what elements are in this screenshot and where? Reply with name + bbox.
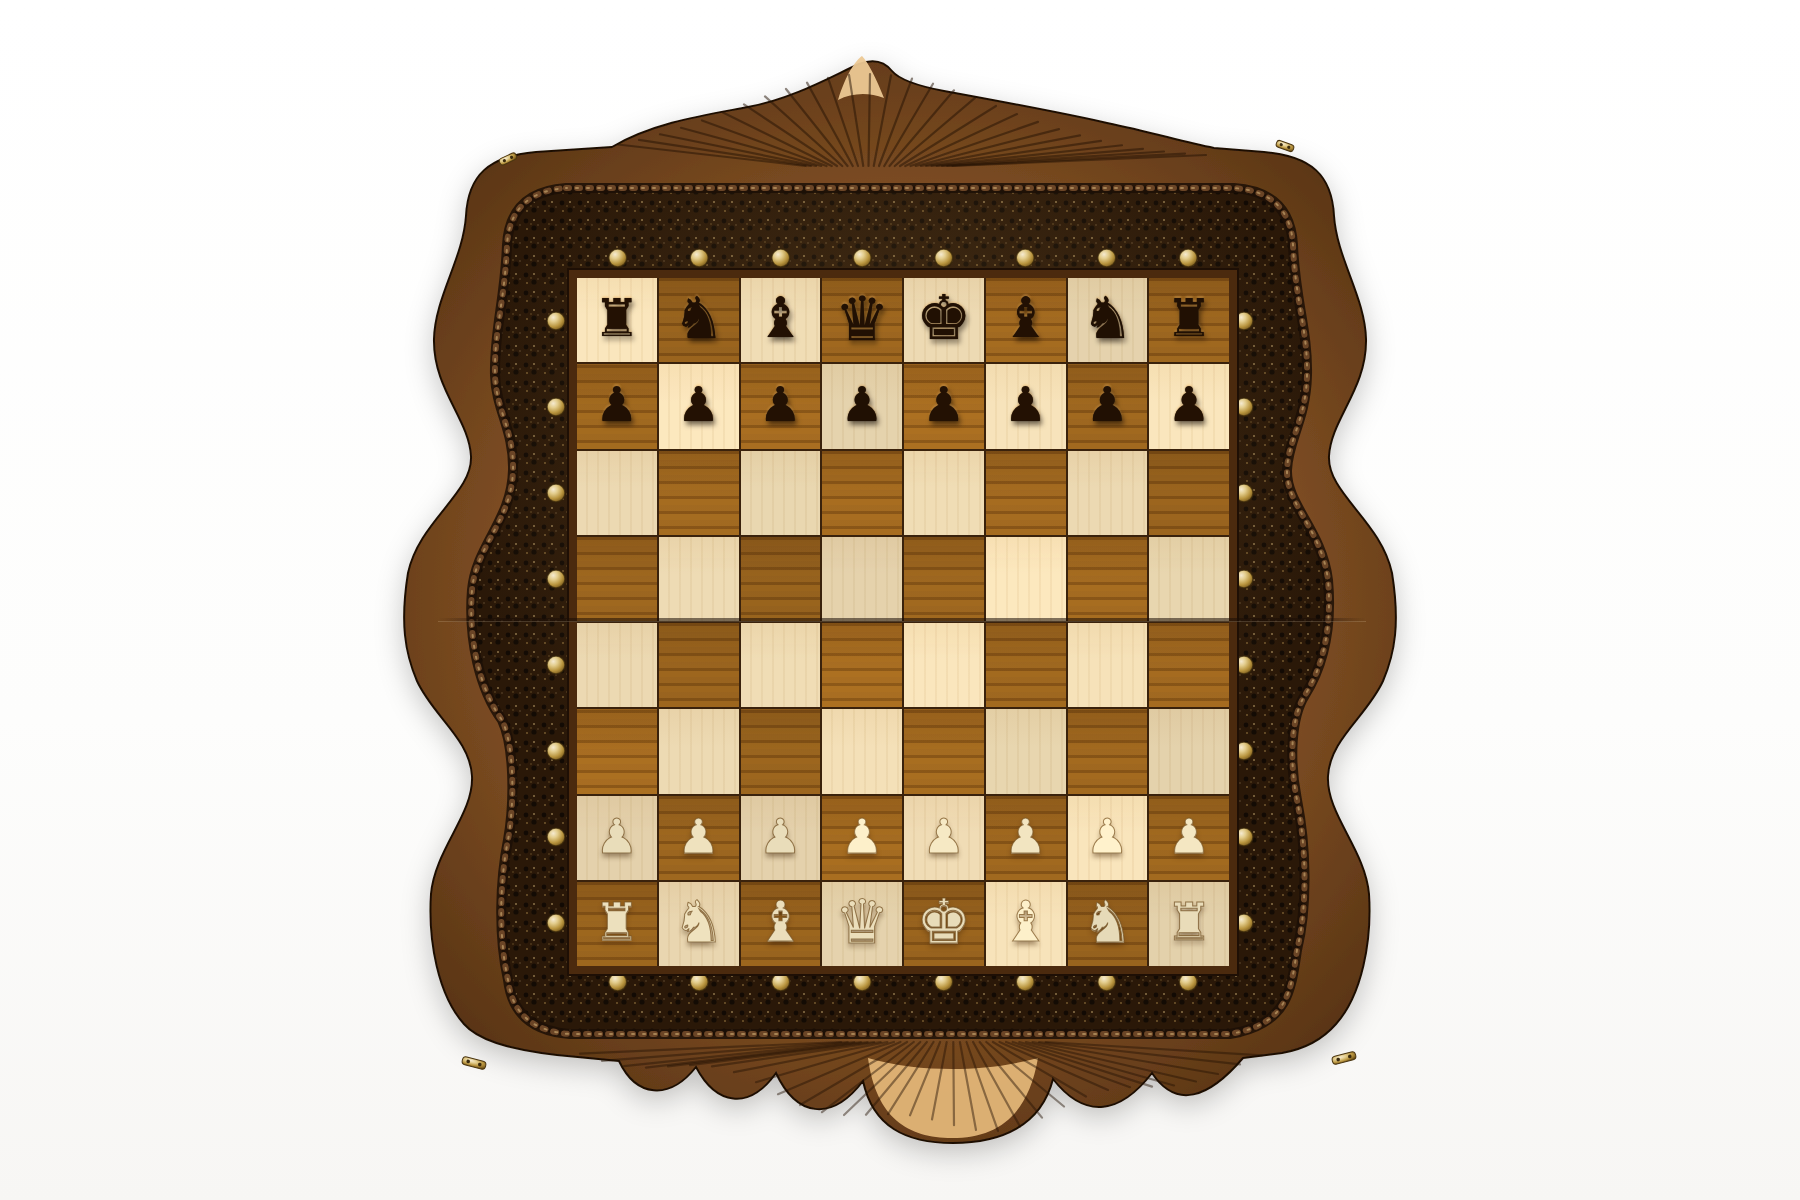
piece-white-pawn[interactable]: ♟ — [841, 812, 884, 860]
piece-black-pawn[interactable]: ♟ — [841, 380, 884, 428]
brass-clasp-icon — [1275, 140, 1294, 153]
brass-tack-icon — [609, 973, 627, 991]
square-c2[interactable]: ♟ — [741, 796, 821, 880]
square-a7[interactable]: ♟ — [577, 364, 657, 448]
piece-black-knight[interactable]: ♞ — [673, 289, 725, 347]
piece-white-pawn[interactable]: ♟ — [595, 812, 638, 860]
brass-tack-icon — [853, 973, 871, 991]
square-f7[interactable]: ♟ — [986, 364, 1066, 448]
piece-white-rook[interactable]: ♜ — [1166, 896, 1213, 948]
piece-white-pawn[interactable]: ♟ — [759, 812, 802, 860]
brass-tack-icon — [1179, 973, 1197, 991]
piece-white-pawn[interactable]: ♟ — [1168, 812, 1211, 860]
brass-hinge-icon — [461, 1056, 486, 1070]
brass-tack-icon — [547, 656, 565, 674]
piece-black-pawn[interactable]: ♟ — [922, 380, 965, 428]
brass-tack-icon — [690, 973, 708, 991]
brass-tack-icon — [547, 484, 565, 502]
square-a5[interactable] — [577, 537, 657, 621]
square-e2[interactable]: ♟ — [904, 796, 984, 880]
square-f6[interactable] — [986, 451, 1066, 535]
square-e6[interactable] — [904, 451, 984, 535]
square-g6[interactable] — [1068, 451, 1148, 535]
piece-white-pawn[interactable]: ♟ — [1086, 812, 1129, 860]
square-e3[interactable] — [904, 709, 984, 793]
piece-black-knight[interactable]: ♞ — [1081, 289, 1133, 347]
square-e5[interactable] — [904, 537, 984, 621]
square-a1[interactable]: ♜ — [577, 882, 657, 966]
square-d7[interactable]: ♟ — [822, 364, 902, 448]
square-c8[interactable]: ♝ — [741, 278, 821, 362]
brass-tack-icon — [935, 249, 953, 267]
piece-black-pawn[interactable]: ♟ — [595, 380, 638, 428]
photo-canvas: ♜♞♝♛♚♝♞♜♟♟♟♟♟♟♟♟♟♟♟♟♟♟♟♟♜♞♝♛♚♝♞♜ — [0, 0, 1800, 1200]
piece-white-rook[interactable]: ♜ — [594, 896, 641, 948]
square-f1[interactable]: ♝ — [986, 882, 1066, 966]
square-d1[interactable]: ♛ — [822, 882, 902, 966]
piece-white-pawn[interactable]: ♟ — [677, 812, 720, 860]
square-b6[interactable] — [659, 451, 739, 535]
square-b5[interactable] — [659, 537, 739, 621]
brass-tack-icon — [609, 249, 627, 267]
square-g4[interactable] — [1068, 623, 1148, 707]
piece-white-knight[interactable]: ♞ — [673, 893, 725, 951]
square-c4[interactable] — [741, 623, 821, 707]
brass-tack-icon — [1016, 249, 1034, 267]
square-d8[interactable]: ♛ — [822, 278, 902, 362]
square-g8[interactable]: ♞ — [1068, 278, 1148, 362]
brass-tack-icon — [1235, 742, 1253, 760]
square-b8[interactable]: ♞ — [659, 278, 739, 362]
square-e4[interactable] — [904, 623, 984, 707]
square-h2[interactable]: ♟ — [1149, 796, 1229, 880]
chess-board: ♜♞♝♛♚♝♞♜♟♟♟♟♟♟♟♟♟♟♟♟♟♟♟♟♜♞♝♛♚♝♞♜ — [569, 270, 1237, 974]
brass-tack-icon — [1235, 914, 1253, 932]
square-b2[interactable]: ♟ — [659, 796, 739, 880]
square-a8[interactable]: ♜ — [577, 278, 657, 362]
piece-black-pawn[interactable]: ♟ — [677, 380, 720, 428]
piece-white-knight[interactable]: ♞ — [1081, 893, 1133, 951]
piece-white-queen[interactable]: ♛ — [835, 891, 890, 952]
brass-tack-icon — [772, 249, 790, 267]
brass-tack-icon — [1235, 484, 1253, 502]
square-c3[interactable] — [741, 709, 821, 793]
square-f8[interactable]: ♝ — [986, 278, 1066, 362]
square-b7[interactable]: ♟ — [659, 364, 739, 448]
piece-black-pawn[interactable]: ♟ — [1168, 380, 1211, 428]
brass-tack-icon — [547, 570, 565, 588]
square-d2[interactable]: ♟ — [822, 796, 902, 880]
piece-white-king[interactable]: ♚ — [916, 891, 972, 953]
square-a3[interactable] — [577, 709, 657, 793]
piece-black-pawn[interactable]: ♟ — [1004, 380, 1047, 428]
square-c5[interactable] — [741, 537, 821, 621]
square-f3[interactable] — [986, 709, 1066, 793]
brass-tack-icon — [1235, 656, 1253, 674]
square-c6[interactable] — [741, 451, 821, 535]
square-e8[interactable]: ♚ — [904, 278, 984, 362]
brass-tack-icon — [1098, 973, 1116, 991]
square-h5[interactable] — [1149, 537, 1229, 621]
piece-white-bishop[interactable]: ♝ — [755, 894, 805, 950]
brass-tack-icon — [1016, 973, 1034, 991]
piece-black-pawn[interactable]: ♟ — [759, 380, 802, 428]
square-a6[interactable] — [577, 451, 657, 535]
piece-black-queen[interactable]: ♛ — [835, 288, 890, 349]
piece-white-pawn[interactable]: ♟ — [922, 812, 965, 860]
piece-black-bishop[interactable]: ♝ — [1001, 290, 1051, 346]
piece-black-rook[interactable]: ♜ — [594, 292, 641, 344]
brass-tack-icon — [1235, 570, 1253, 588]
square-f5[interactable] — [986, 537, 1066, 621]
square-g1[interactable]: ♞ — [1068, 882, 1148, 966]
square-g3[interactable] — [1068, 709, 1148, 793]
square-f2[interactable]: ♟ — [986, 796, 1066, 880]
brass-tack-icon — [1179, 249, 1197, 267]
square-e1[interactable]: ♚ — [904, 882, 984, 966]
brass-tack-icon — [547, 914, 565, 932]
square-g2[interactable]: ♟ — [1068, 796, 1148, 880]
square-h3[interactable] — [1149, 709, 1229, 793]
piece-white-pawn[interactable]: ♟ — [1004, 812, 1047, 860]
brass-tack-icon — [935, 973, 953, 991]
square-b3[interactable] — [659, 709, 739, 793]
square-d3[interactable] — [822, 709, 902, 793]
square-g7[interactable]: ♟ — [1068, 364, 1148, 448]
brass-tack-icon — [1235, 828, 1253, 846]
piece-black-king[interactable]: ♚ — [916, 287, 972, 349]
brass-tack-icon — [690, 249, 708, 267]
square-h6[interactable] — [1149, 451, 1229, 535]
square-h8[interactable]: ♜ — [1149, 278, 1229, 362]
square-c1[interactable]: ♝ — [741, 882, 821, 966]
square-d6[interactable] — [822, 451, 902, 535]
board-grid: ♜♞♝♛♚♝♞♜♟♟♟♟♟♟♟♟♟♟♟♟♟♟♟♟♜♞♝♛♚♝♞♜ — [577, 278, 1229, 966]
square-h4[interactable] — [1149, 623, 1229, 707]
square-g5[interactable] — [1068, 537, 1148, 621]
brass-tack-icon — [1235, 312, 1253, 330]
brass-tack-icon — [1098, 249, 1116, 267]
brass-tack-icon — [1235, 398, 1253, 416]
square-e7[interactable]: ♟ — [904, 364, 984, 448]
square-f4[interactable] — [986, 623, 1066, 707]
square-a4[interactable] — [577, 623, 657, 707]
square-h7[interactable]: ♟ — [1149, 364, 1229, 448]
piece-black-rook[interactable]: ♜ — [1166, 292, 1213, 344]
square-b1[interactable]: ♞ — [659, 882, 739, 966]
square-a2[interactable]: ♟ — [577, 796, 657, 880]
brass-tack-icon — [772, 973, 790, 991]
piece-white-bishop[interactable]: ♝ — [1001, 894, 1051, 950]
brass-hinge-icon — [1331, 1051, 1356, 1065]
square-d5[interactable] — [822, 537, 902, 621]
brass-tack-icon — [547, 398, 565, 416]
square-c7[interactable]: ♟ — [741, 364, 821, 448]
square-d4[interactable] — [822, 623, 902, 707]
piece-black-bishop[interactable]: ♝ — [755, 290, 805, 346]
square-b4[interactable] — [659, 623, 739, 707]
piece-black-pawn[interactable]: ♟ — [1086, 380, 1129, 428]
brass-tack-icon — [547, 742, 565, 760]
brass-tack-icon — [853, 249, 871, 267]
brass-tack-icon — [547, 828, 565, 846]
square-h1[interactable]: ♜ — [1149, 882, 1229, 966]
brass-tack-icon — [547, 312, 565, 330]
